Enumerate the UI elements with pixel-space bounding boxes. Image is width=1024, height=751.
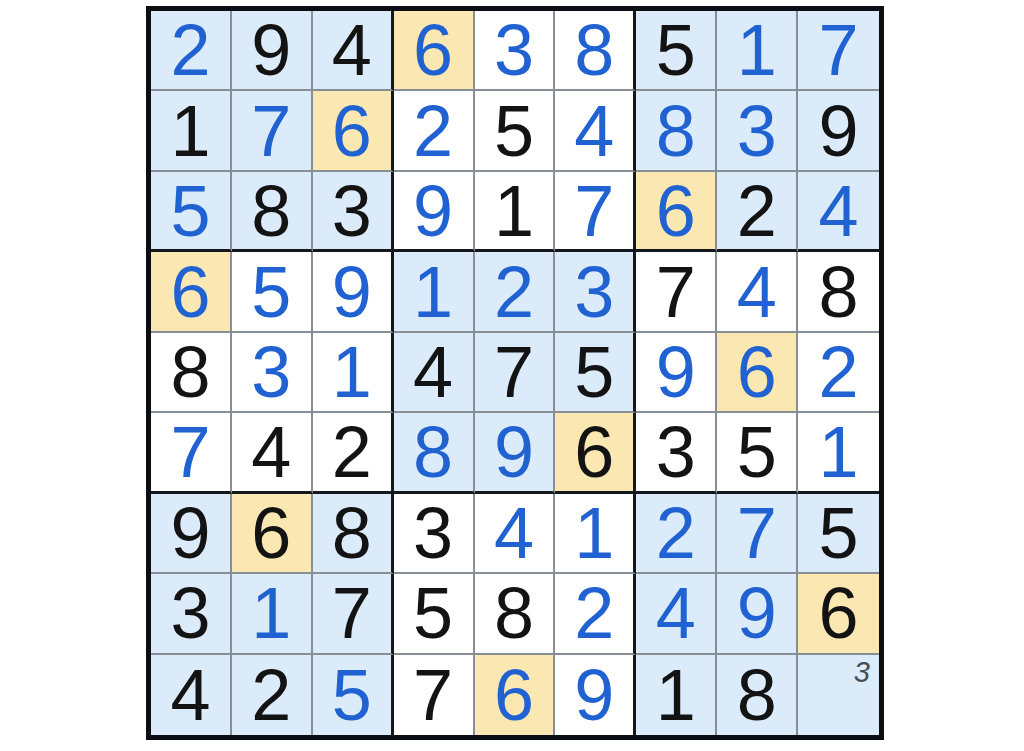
pencil-note: 3: [854, 657, 870, 689]
cell-r4c8[interactable]: 4: [717, 252, 798, 332]
given-digit: 7: [413, 659, 453, 731]
cell-r2c1[interactable]: 1: [151, 91, 232, 171]
entered-digit: 3: [494, 14, 534, 86]
cell-r9c6[interactable]: 9: [555, 655, 636, 735]
entered-digit: 6: [170, 256, 210, 328]
given-digit: 1: [656, 659, 696, 731]
cell-r5c3[interactable]: 1: [313, 333, 394, 413]
cell-r6c8[interactable]: 5: [717, 413, 798, 493]
given-digit: 8: [819, 256, 859, 328]
cell-r6c9[interactable]: 1: [798, 413, 879, 493]
entered-digit: 9: [494, 416, 534, 488]
cell-r3c2[interactable]: 8: [232, 172, 313, 252]
cell-r6c6[interactable]: 6: [555, 413, 636, 493]
cell-r1c9[interactable]: 7: [798, 11, 879, 91]
cell-r7c4[interactable]: 3: [394, 494, 475, 574]
entered-digit: 1: [413, 256, 453, 328]
cell-r7c8[interactable]: 7: [717, 494, 798, 574]
given-digit: 8: [251, 175, 291, 247]
cell-r3c9[interactable]: 4: [798, 172, 879, 252]
entered-digit: 3: [737, 95, 777, 167]
cell-r3c3[interactable]: 3: [313, 172, 394, 252]
cell-r8c2[interactable]: 1: [232, 574, 313, 654]
entered-digit: 1: [251, 577, 291, 649]
given-digit: 7: [494, 336, 534, 408]
given-digit: 4: [332, 14, 372, 86]
cell-r6c4[interactable]: 8: [394, 413, 475, 493]
entered-digit: 5: [170, 175, 210, 247]
entered-digit: 2: [494, 256, 534, 328]
cell-r7c9[interactable]: 5: [798, 494, 879, 574]
given-digit: 7: [332, 577, 372, 649]
cell-r3c4[interactable]: 9: [394, 172, 475, 252]
entered-digit: 9: [413, 175, 453, 247]
entered-digit: 2: [170, 14, 210, 86]
cell-r5c8[interactable]: 6: [717, 333, 798, 413]
page-background: 2946385171762548395839176246591237488314…: [0, 0, 1024, 751]
cell-r6c5[interactable]: 9: [475, 413, 556, 493]
entered-digit: 9: [574, 659, 614, 731]
cell-r4c2[interactable]: 5: [232, 252, 313, 332]
given-digit: 4: [251, 416, 291, 488]
given-digit: 5: [413, 577, 453, 649]
given-digit: 5: [656, 14, 696, 86]
given-digit: 8: [494, 577, 534, 649]
cell-r1c6[interactable]: 8: [555, 11, 636, 91]
entered-digit: 6: [656, 175, 696, 247]
given-digit: 7: [656, 256, 696, 328]
cell-r5c6[interactable]: 5: [555, 333, 636, 413]
cell-r1c3[interactable]: 4: [313, 11, 394, 91]
entered-digit: 7: [170, 416, 210, 488]
cell-r9c2[interactable]: 2: [232, 655, 313, 735]
cell-r4c5[interactable]: 2: [475, 252, 556, 332]
cell-r4c1[interactable]: 6: [151, 252, 232, 332]
given-digit: 6: [819, 577, 859, 649]
entered-digit: 3: [574, 256, 614, 328]
cell-r6c1[interactable]: 7: [151, 413, 232, 493]
entered-digit: 2: [819, 336, 859, 408]
cell-r4c3[interactable]: 9: [313, 252, 394, 332]
given-digit: 3: [656, 416, 696, 488]
given-digit: 8: [332, 497, 372, 569]
cell-r6c2[interactable]: 4: [232, 413, 313, 493]
cell-r5c4[interactable]: 4: [394, 333, 475, 413]
cell-r4c6[interactable]: 3: [555, 252, 636, 332]
given-digit: 8: [170, 336, 210, 408]
cell-r4c4[interactable]: 1: [394, 252, 475, 332]
entered-digit: 3: [251, 336, 291, 408]
entered-digit: 8: [574, 14, 614, 86]
cell-r1c2[interactable]: 9: [232, 11, 313, 91]
given-digit: 8: [737, 659, 777, 731]
entered-digit: 7: [737, 497, 777, 569]
entered-digit: 6: [494, 659, 534, 731]
cell-r9c4[interactable]: 7: [394, 655, 475, 735]
given-digit: 6: [251, 497, 291, 569]
entered-digit: 4: [494, 497, 534, 569]
cell-r9c1[interactable]: 4: [151, 655, 232, 735]
cell-r5c1[interactable]: 8: [151, 333, 232, 413]
given-digit: 5: [737, 416, 777, 488]
cell-r2c4[interactable]: 2: [394, 91, 475, 171]
entered-digit: 2: [413, 95, 453, 167]
entered-digit: 8: [656, 95, 696, 167]
cell-r9c9[interactable]: 3: [798, 655, 879, 735]
entered-digit: 5: [251, 256, 291, 328]
cell-r2c7[interactable]: 8: [636, 91, 717, 171]
entered-digit: 9: [656, 336, 696, 408]
entered-digit: 9: [737, 577, 777, 649]
entered-digit: 2: [574, 577, 614, 649]
entered-digit: 6: [737, 336, 777, 408]
cell-r1c7[interactable]: 5: [636, 11, 717, 91]
cell-r3c8[interactable]: 2: [717, 172, 798, 252]
cell-r7c2[interactable]: 6: [232, 494, 313, 574]
cell-r7c7[interactable]: 2: [636, 494, 717, 574]
entered-digit: 4: [656, 577, 696, 649]
given-digit: 3: [332, 175, 372, 247]
sudoku-board: 2946385171762548395839176246591237488314…: [146, 6, 884, 740]
cell-r7c6[interactable]: 1: [555, 494, 636, 574]
cell-r9c5[interactable]: 6: [475, 655, 556, 735]
cell-r8c5[interactable]: 8: [475, 574, 556, 654]
cell-r2c8[interactable]: 3: [717, 91, 798, 171]
cell-r1c5[interactable]: 3: [475, 11, 556, 91]
entered-digit: 4: [737, 256, 777, 328]
cell-r2c9[interactable]: 9: [798, 91, 879, 171]
given-digit: 1: [170, 95, 210, 167]
cell-r3c7[interactable]: 6: [636, 172, 717, 252]
cell-r2c2[interactable]: 7: [232, 91, 313, 171]
entered-digit: 1: [332, 336, 372, 408]
given-digit: 2: [737, 175, 777, 247]
cell-r1c1[interactable]: 2: [151, 11, 232, 91]
entered-digit: 7: [819, 14, 859, 86]
entered-digit: 1: [819, 416, 859, 488]
given-digit: 6: [574, 416, 614, 488]
given-digit: 2: [251, 659, 291, 731]
given-digit: 3: [170, 577, 210, 649]
cell-r6c3[interactable]: 2: [313, 413, 394, 493]
cell-r9c3[interactable]: 5: [313, 655, 394, 735]
entered-digit: 7: [251, 95, 291, 167]
entered-digit: 8: [413, 416, 453, 488]
cell-r8c8[interactable]: 9: [717, 574, 798, 654]
entered-digit: 7: [574, 175, 614, 247]
cell-r7c5[interactable]: 4: [475, 494, 556, 574]
cell-r7c3[interactable]: 8: [313, 494, 394, 574]
cell-r8c4[interactable]: 5: [394, 574, 475, 654]
cell-r8c7[interactable]: 4: [636, 574, 717, 654]
given-digit: 2: [332, 416, 372, 488]
entered-digit: 1: [737, 14, 777, 86]
given-digit: 9: [251, 14, 291, 86]
cell-r6c7[interactable]: 3: [636, 413, 717, 493]
entered-digit: 6: [332, 95, 372, 167]
cell-r2c5[interactable]: 5: [475, 91, 556, 171]
cell-r3c1[interactable]: 5: [151, 172, 232, 252]
given-digit: 3: [413, 497, 453, 569]
given-digit: 5: [494, 95, 534, 167]
cell-r5c5[interactable]: 7: [475, 333, 556, 413]
given-digit: 5: [819, 497, 859, 569]
entered-digit: 2: [656, 497, 696, 569]
entered-digit: 9: [332, 256, 372, 328]
cell-r3c6[interactable]: 7: [555, 172, 636, 252]
entered-digit: 6: [413, 14, 453, 86]
cell-r5c9[interactable]: 2: [798, 333, 879, 413]
cell-r8c1[interactable]: 3: [151, 574, 232, 654]
cell-r3c5[interactable]: 1: [475, 172, 556, 252]
cell-r5c7[interactable]: 9: [636, 333, 717, 413]
cell-r7c1[interactable]: 9: [151, 494, 232, 574]
cell-r1c8[interactable]: 1: [717, 11, 798, 91]
cell-r8c9[interactable]: 6: [798, 574, 879, 654]
entered-digit: 4: [819, 175, 859, 247]
given-digit: 9: [170, 497, 210, 569]
given-digit: 5: [574, 336, 614, 408]
cell-r2c6[interactable]: 4: [555, 91, 636, 171]
entered-digit: 5: [332, 659, 372, 731]
cell-r4c9[interactable]: 8: [798, 252, 879, 332]
cell-r2c3[interactable]: 6: [313, 91, 394, 171]
given-digit: 1: [494, 175, 534, 247]
given-digit: 4: [170, 659, 210, 731]
cell-r9c7[interactable]: 1: [636, 655, 717, 735]
entered-digit: 1: [574, 497, 614, 569]
given-digit: 4: [413, 336, 453, 408]
cell-r8c3[interactable]: 7: [313, 574, 394, 654]
given-digit: 9: [819, 95, 859, 167]
cell-r8c6[interactable]: 2: [555, 574, 636, 654]
cell-r4c7[interactable]: 7: [636, 252, 717, 332]
cell-r1c4[interactable]: 6: [394, 11, 475, 91]
cell-r9c8[interactable]: 8: [717, 655, 798, 735]
cell-r5c2[interactable]: 3: [232, 333, 313, 413]
entered-digit: 4: [574, 95, 614, 167]
